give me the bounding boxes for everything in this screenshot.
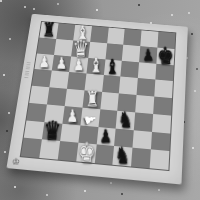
square-e4 bbox=[100, 92, 119, 111]
board-grid: ♜♝♛♟♚♟♟♟♝♝♜♟♟♞♛♟♚♞ bbox=[20, 21, 177, 171]
square-b3 bbox=[44, 104, 64, 123]
square-e3 bbox=[98, 109, 118, 128]
square-c7: ♛ bbox=[71, 40, 90, 57]
square-d1: ♚ bbox=[76, 143, 96, 163]
square-g1 bbox=[131, 148, 151, 168]
white-pawn-fallen: ♟ bbox=[82, 112, 98, 126]
square-g6 bbox=[138, 62, 156, 80]
square-b5 bbox=[49, 71, 69, 89]
film-grain-speckles bbox=[0, 0, 2, 2]
board-margin: |||||||| ♔ ♜♝♛♟♚♟♟♟♝♝♜♟♟♞♛♟♚♞ bbox=[6, 14, 187, 185]
square-e7 bbox=[105, 43, 124, 60]
black-knight: ♞ bbox=[115, 145, 130, 168]
white-pawn: ♟ bbox=[55, 55, 67, 71]
square-b8 bbox=[56, 23, 75, 40]
square-f5 bbox=[119, 77, 138, 95]
square-f3: ♞ bbox=[116, 111, 135, 130]
square-d4: ♜ bbox=[82, 90, 101, 109]
square-c8: ♝ bbox=[73, 25, 92, 42]
square-b7 bbox=[54, 39, 73, 56]
square-c6: ♟ bbox=[69, 56, 88, 74]
square-b6: ♟ bbox=[52, 55, 71, 73]
square-f7 bbox=[122, 44, 140, 61]
square-f1: ♞ bbox=[113, 146, 133, 166]
square-g8 bbox=[141, 30, 159, 47]
square-f4 bbox=[118, 93, 137, 112]
square-d7 bbox=[88, 42, 107, 59]
square-h5 bbox=[154, 80, 173, 98]
square-h6 bbox=[155, 63, 173, 81]
white-pawn: ♟ bbox=[66, 107, 78, 125]
square-c4 bbox=[64, 89, 84, 108]
photo-frame: |||||||| ♔ ♜♝♛♟♚♟♟♟♝♝♜♟♟♞♛♟♚♞ bbox=[0, 0, 200, 200]
square-d2 bbox=[78, 125, 98, 145]
square-g2 bbox=[133, 130, 152, 150]
square-e1 bbox=[94, 145, 114, 165]
square-h7: ♚ bbox=[157, 47, 175, 64]
square-f6 bbox=[121, 60, 140, 78]
square-c1 bbox=[57, 141, 78, 161]
square-d8 bbox=[90, 26, 108, 43]
square-g3 bbox=[134, 112, 153, 131]
square-h1 bbox=[150, 150, 170, 170]
chessboard: |||||||| ♔ ♜♝♛♟♚♟♟♟♝♝♜♟♟♞♛♟♚♞ bbox=[6, 14, 187, 185]
square-e5 bbox=[102, 75, 121, 93]
square-c3: ♟ bbox=[62, 106, 82, 125]
square-f8 bbox=[124, 29, 142, 46]
square-d3: ♟ bbox=[80, 107, 100, 126]
square-e6: ♝ bbox=[103, 59, 122, 77]
square-b4 bbox=[47, 87, 67, 106]
white-pawn: ♟ bbox=[73, 57, 85, 73]
square-g4 bbox=[135, 95, 154, 114]
black-pawn: ♟ bbox=[143, 47, 155, 63]
square-g5 bbox=[137, 78, 156, 96]
white-pawn: ♟ bbox=[38, 54, 50, 70]
square-e2: ♟ bbox=[96, 127, 116, 147]
black-pawn: ♟ bbox=[100, 127, 112, 145]
square-g7: ♟ bbox=[139, 46, 157, 63]
square-h3 bbox=[152, 114, 171, 133]
square-d6: ♝ bbox=[86, 57, 105, 75]
board-logo-crest-icon: ♔ bbox=[11, 158, 20, 167]
square-h8 bbox=[158, 32, 176, 49]
square-c5 bbox=[67, 72, 86, 90]
square-f2 bbox=[114, 128, 134, 148]
square-h2 bbox=[151, 131, 170, 151]
square-h4 bbox=[153, 97, 172, 116]
square-e8 bbox=[107, 28, 125, 45]
square-d5 bbox=[84, 74, 103, 92]
square-c2 bbox=[60, 123, 80, 143]
